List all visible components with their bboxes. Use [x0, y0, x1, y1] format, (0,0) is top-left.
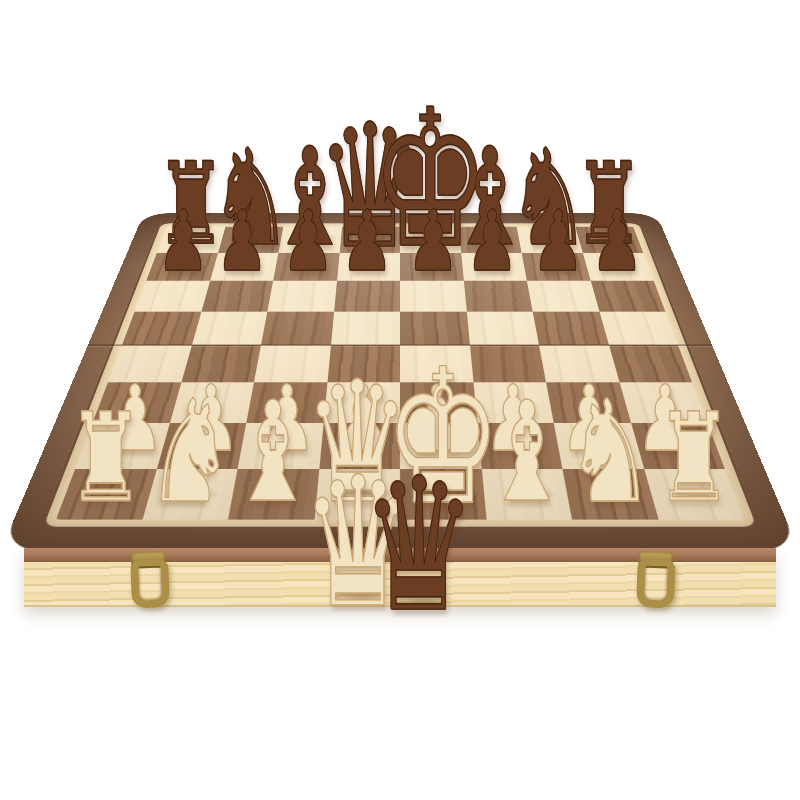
- scene: ♜♞♝♛♚♝♞♜♟♟♟♟♟♟♟♟♟♟♟♟♟♟♟♟♜♞♝♛♚♝♞♜♛♛: [0, 0, 800, 800]
- square-a2[interactable]: [75, 423, 169, 469]
- square-e5[interactable]: [400, 311, 470, 345]
- square-b7[interactable]: [210, 252, 279, 280]
- latch-loop-icon: [130, 559, 170, 608]
- board-grid: [56, 227, 744, 520]
- square-a3[interactable]: [92, 382, 181, 423]
- square-d3[interactable]: [323, 382, 400, 423]
- square-d8[interactable]: [339, 227, 400, 253]
- square-f1[interactable]: [481, 469, 572, 520]
- square-a6[interactable]: [135, 281, 210, 312]
- square-e8[interactable]: [400, 227, 461, 253]
- square-d1[interactable]: [314, 469, 400, 520]
- square-e4[interactable]: [400, 345, 473, 382]
- brass-latch-left: [127, 549, 173, 612]
- square-a4[interactable]: [108, 345, 192, 382]
- square-g7[interactable]: [522, 252, 591, 280]
- square-a5[interactable]: [122, 311, 201, 345]
- square-c3[interactable]: [246, 382, 327, 423]
- square-a1[interactable]: [56, 469, 156, 520]
- board-maple-border: [40, 223, 760, 529]
- square-g4[interactable]: [539, 345, 619, 382]
- square-b8[interactable]: [218, 227, 284, 253]
- square-a8[interactable]: [157, 227, 225, 253]
- square-e2[interactable]: [400, 423, 481, 469]
- square-f6[interactable]: [463, 281, 532, 312]
- square-a7[interactable]: [146, 252, 217, 280]
- square-d6[interactable]: [334, 281, 400, 312]
- square-f5[interactable]: [466, 311, 539, 345]
- square-b6[interactable]: [201, 281, 273, 312]
- square-e7[interactable]: [400, 252, 463, 280]
- square-b5[interactable]: [192, 311, 268, 345]
- brass-latch-right: [633, 549, 679, 612]
- square-h5[interactable]: [599, 311, 678, 345]
- square-g2[interactable]: [554, 423, 644, 469]
- square-c5[interactable]: [261, 311, 334, 345]
- square-f4[interactable]: [470, 345, 547, 382]
- square-h7[interactable]: [582, 252, 653, 280]
- fold-seam: [87, 344, 712, 347]
- square-h6[interactable]: [590, 281, 665, 312]
- square-e6[interactable]: [400, 281, 466, 312]
- square-d4[interactable]: [327, 345, 400, 382]
- square-c4[interactable]: [254, 345, 331, 382]
- square-c7[interactable]: [273, 252, 339, 280]
- square-f8[interactable]: [458, 227, 521, 253]
- square-b1[interactable]: [142, 469, 238, 520]
- square-g6[interactable]: [527, 281, 599, 312]
- board-3d: [1, 213, 799, 550]
- square-c6[interactable]: [267, 281, 336, 312]
- square-d5[interactable]: [331, 311, 401, 345]
- square-b2[interactable]: [156, 423, 246, 469]
- square-f2[interactable]: [477, 423, 562, 469]
- square-h4[interactable]: [609, 345, 693, 382]
- square-f7[interactable]: [461, 252, 527, 280]
- square-g3[interactable]: [546, 382, 631, 423]
- square-c2[interactable]: [238, 423, 323, 469]
- square-d2[interactable]: [319, 423, 400, 469]
- square-g5[interactable]: [533, 311, 609, 345]
- square-g1[interactable]: [562, 469, 658, 520]
- square-b3[interactable]: [169, 382, 254, 423]
- square-h1[interactable]: [644, 469, 744, 520]
- square-g8[interactable]: [517, 227, 583, 253]
- square-c1[interactable]: [228, 469, 319, 520]
- square-h2[interactable]: [631, 423, 725, 469]
- square-b4[interactable]: [181, 345, 261, 382]
- square-h8[interactable]: [575, 227, 643, 253]
- square-e1[interactable]: [400, 469, 486, 520]
- square-c8[interactable]: [278, 227, 341, 253]
- square-h3[interactable]: [619, 382, 708, 423]
- square-d7[interactable]: [337, 252, 400, 280]
- square-f3[interactable]: [473, 382, 554, 423]
- square-e3[interactable]: [400, 382, 477, 423]
- latch-loop-icon: [636, 559, 676, 608]
